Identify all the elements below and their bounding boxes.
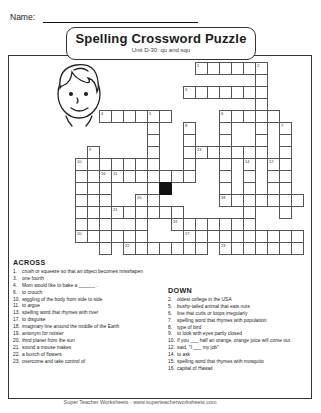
cell-number: 14: [245, 160, 249, 164]
crossword-cell[interactable]: [195, 242, 208, 255]
cell-number: 15: [137, 196, 141, 200]
cell-number: 20: [77, 232, 81, 236]
crossword-cell[interactable]: [123, 206, 136, 219]
cell-number: 17: [185, 232, 189, 236]
cell-number: 2: [257, 64, 259, 68]
cell-number: 16: [101, 172, 105, 176]
crossword-cell[interactable]: [243, 110, 256, 123]
crossword-cell[interactable]: [135, 170, 148, 183]
cell-number: 22: [125, 244, 129, 248]
crossword-cell[interactable]: [183, 170, 196, 183]
black-cell: [159, 182, 172, 195]
crossword-cell[interactable]: [291, 194, 304, 207]
page-title: Spelling Crossword Puzzle: [67, 31, 255, 46]
title-box: Spelling Crossword Puzzle Unit D-30: qu …: [66, 27, 256, 60]
crossword-cell[interactable]: [207, 146, 220, 159]
crossword-cell[interactable]: [171, 170, 184, 183]
cell-number: 23: [221, 244, 225, 248]
cell-number: 7: [281, 124, 283, 128]
crossword-cell[interactable]: [291, 242, 304, 255]
cell-number: 9: [89, 148, 91, 152]
crossword-cell[interactable]: [159, 110, 172, 123]
crossword-cell[interactable]: [267, 194, 280, 207]
kid-face-illustration: [52, 58, 106, 132]
cell-number: 1: [197, 64, 199, 68]
cell-number: 6: [221, 112, 223, 116]
page-subtitle: Unit D-30: qu and squ: [67, 47, 255, 53]
cell-number: 21: [113, 208, 117, 212]
crossword-cell[interactable]: [255, 194, 268, 207]
cell-number: 19: [173, 220, 177, 224]
cell-number: 10: [77, 160, 81, 164]
crossword-cell[interactable]: [279, 206, 292, 219]
cell-number: 5: [149, 112, 151, 116]
crossword-cell[interactable]: 22: [123, 242, 136, 255]
crossword-cell[interactable]: [87, 230, 100, 243]
cell-number: 18: [221, 196, 225, 200]
crossword-cell[interactable]: [231, 194, 244, 207]
crossword-cell[interactable]: [99, 242, 112, 255]
cell-number: 12: [269, 160, 273, 164]
crossword-grid: 1234561878913102012141116152119172223: [0, 0, 321, 413]
cell-number: 3: [185, 88, 187, 92]
cell-number: 13: [197, 148, 201, 152]
cell-number: 8: [185, 124, 187, 128]
worksheet-page: Name: Spelling Crossword Puzzle Unit D-3…: [0, 0, 321, 413]
crossword-cell[interactable]: [243, 86, 256, 99]
cell-number: 11: [113, 172, 117, 176]
